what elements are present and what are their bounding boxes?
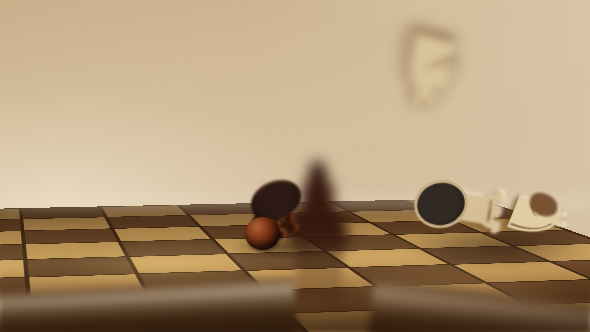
foreground-blur: [0, 268, 590, 332]
pawn-ball-head: [245, 217, 280, 250]
photo-stage: ♞ ♟ ♝ ♟ ♜ ♞: [0, 0, 590, 332]
